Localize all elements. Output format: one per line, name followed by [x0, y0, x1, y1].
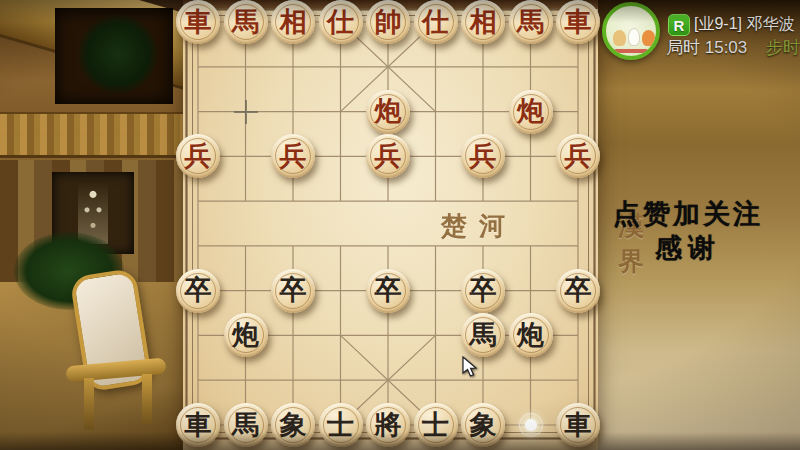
game-timer-label: 局时: [666, 38, 700, 57]
chair-leg: [142, 374, 152, 424]
gold-frieze: [0, 112, 185, 158]
room-background-left: [0, 0, 185, 450]
game-timer: 局时 15:03: [666, 36, 747, 59]
player-name: [业9-1] 邓华波: [694, 14, 800, 36]
game-timer-value: 15:03: [705, 38, 748, 57]
chair-leg: [84, 378, 94, 430]
xiangqi-board[interactable]: 楚河 漢界 車馬相仕帥仕相馬車炮炮兵兵兵兵兵卒卒卒卒卒炮馬炮車馬象士將士象車: [183, 0, 598, 450]
avatar-caption: [614, 49, 648, 53]
plant-top: [78, 14, 158, 94]
banner-line2: 感谢: [604, 232, 772, 266]
screen: 楚河 漢界 車馬相仕帥仕相馬車炮炮兵兵兵兵兵卒卒卒卒卒炮馬炮車馬象士將士象車 R…: [0, 0, 800, 450]
player-avatar[interactable]: [602, 2, 660, 60]
mouse-cursor: [462, 356, 478, 378]
avatar-figure: [628, 28, 640, 46]
avatar-figure: [642, 30, 655, 46]
avatar-figure: [613, 30, 626, 46]
banner-line1: 点赞加关注: [604, 198, 772, 232]
move-timer-label: 步时: [766, 36, 800, 59]
last-move-origin-dot: [525, 419, 537, 431]
like-subscribe-banner: 点赞加关注 感谢: [604, 198, 772, 266]
last-move-origin-crosshair: [234, 100, 258, 124]
move-marker-layer: [183, 0, 598, 450]
rank-badge-icon: R: [668, 14, 690, 36]
